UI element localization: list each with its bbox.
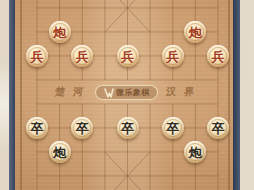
piece-glyph: 炮 xyxy=(53,146,66,159)
screen-frame-right xyxy=(233,0,240,190)
piece-red-soldier[interactable]: 兵 xyxy=(207,45,229,67)
river-label-chu: 楚河 xyxy=(54,85,91,99)
brand-name: 微乐象棋 xyxy=(116,89,150,97)
piece-glyph: 兵 xyxy=(31,50,44,63)
piece-glyph: 卒 xyxy=(31,122,44,135)
piece-glyph: 卒 xyxy=(166,122,179,135)
piece-glyph: 兵 xyxy=(212,50,225,63)
piece-red-cannon[interactable]: 炮 xyxy=(49,21,71,43)
piece-black-soldier[interactable]: 卒 xyxy=(207,117,229,139)
piece-red-soldier[interactable]: 兵 xyxy=(162,45,184,67)
piece-red-soldier[interactable]: 兵 xyxy=(117,45,139,67)
piece-glyph: 兵 xyxy=(166,50,179,63)
xiangqi-board[interactable]: 楚河 汉界 微乐象棋 炮炮兵兵兵兵兵卒卒卒卒卒炮炮 xyxy=(15,0,233,190)
piece-glyph: 卒 xyxy=(212,122,225,135)
app-screen: 楚河 汉界 微乐象棋 炮炮兵兵兵兵兵卒卒卒卒卒炮炮 xyxy=(0,0,254,190)
logo-v-icon xyxy=(104,88,114,98)
piece-glyph: 炮 xyxy=(189,146,202,159)
piece-black-soldier[interactable]: 卒 xyxy=(117,117,139,139)
piece-black-cannon[interactable]: 炮 xyxy=(49,141,71,163)
piece-black-soldier[interactable]: 卒 xyxy=(162,117,184,139)
piece-glyph: 兵 xyxy=(121,50,134,63)
piece-red-soldier[interactable]: 兵 xyxy=(26,45,48,67)
piece-black-soldier[interactable]: 卒 xyxy=(26,117,48,139)
piece-glyph: 炮 xyxy=(189,26,202,39)
brand-watermark: 微乐象棋 xyxy=(95,85,158,100)
river-label-han: 汉界 xyxy=(165,85,202,99)
piece-glyph: 卒 xyxy=(121,122,134,135)
piece-glyph: 卒 xyxy=(76,122,89,135)
piece-glyph: 兵 xyxy=(76,50,89,63)
piece-glyph: 炮 xyxy=(53,26,66,39)
